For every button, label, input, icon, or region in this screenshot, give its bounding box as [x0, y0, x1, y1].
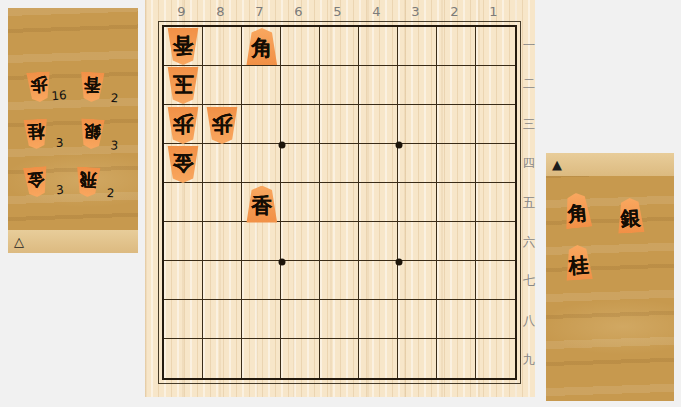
board-cell-6-9[interactable]: [281, 339, 320, 378]
star-point: [395, 258, 402, 265]
board-cell-3-8[interactable]: [398, 300, 437, 339]
file-label: 9: [162, 4, 201, 19]
board-cell-6-5[interactable]: [281, 183, 320, 222]
piece-gote-83[interactable]: 歩: [205, 107, 239, 144]
hand-piece-gote-2[interactable]: 桂3: [22, 118, 50, 149]
file-label: 3: [396, 4, 435, 19]
board-cell-6-6[interactable]: [281, 222, 320, 261]
board-cell-1-9[interactable]: [476, 339, 515, 378]
board-cell-9-7[interactable]: [164, 261, 203, 300]
star-point: [395, 141, 402, 148]
file-label: 1: [474, 4, 513, 19]
board-cell-6-2[interactable]: [281, 66, 320, 105]
piece-count: 16: [51, 88, 67, 103]
board-cell-9-6[interactable]: [164, 222, 203, 261]
piece-sente-71[interactable]: 角: [245, 28, 279, 65]
board-cell-2-9[interactable]: [437, 339, 476, 378]
board-cell-1-6[interactable]: [476, 222, 515, 261]
rank-labels: 一二三四五六七八九: [522, 25, 536, 380]
piece-kanji: 香: [251, 192, 272, 217]
board-cell-8-1[interactable]: [203, 27, 242, 66]
board-cell-7-6[interactable]: [242, 222, 281, 261]
sente-captured-stand: ▲ 角銀桂: [546, 153, 674, 401]
board-cell-4-7[interactable]: [359, 261, 398, 300]
rank-label: 六: [522, 222, 536, 261]
piece-count: 3: [110, 138, 119, 152]
gote-marker: △: [14, 234, 24, 247]
board-cell-2-8[interactable]: [437, 300, 476, 339]
board-cell-8-5[interactable]: [203, 183, 242, 222]
star-point: [278, 141, 285, 148]
hand-piece-sente-0[interactable]: 角: [561, 192, 593, 230]
board-cell-1-2[interactable]: [476, 66, 515, 105]
file-label: 6: [279, 4, 318, 19]
board-cell-7-8[interactable]: [242, 300, 281, 339]
board-cell-7-9[interactable]: [242, 339, 281, 378]
rank-label: 四: [522, 143, 536, 182]
board-cell-8-8[interactable]: [203, 300, 242, 339]
piece-kanji: 歩: [212, 113, 233, 138]
piece-kanji: 金: [173, 152, 194, 177]
rank-label: 二: [522, 64, 536, 103]
piece-kanji: 銀: [83, 123, 101, 145]
piece-kanji: 桂: [27, 123, 45, 145]
board-cell-5-7[interactable]: [320, 261, 359, 300]
piece-kanji: 銀: [620, 203, 641, 228]
board-cell-5-4[interactable]: [320, 144, 359, 183]
board-cell-4-6[interactable]: [359, 222, 398, 261]
piece-count: 2: [110, 91, 118, 105]
piece-kanji: 歩: [173, 113, 194, 138]
board-cell-7-2[interactable]: [242, 66, 281, 105]
board-cell-8-6[interactable]: [203, 222, 242, 261]
board-cell-2-1[interactable]: [437, 27, 476, 66]
piece-count: 3: [56, 183, 65, 198]
board-cell-5-9[interactable]: [320, 339, 359, 378]
board-cell-2-2[interactable]: [437, 66, 476, 105]
board-cell-6-1[interactable]: [281, 27, 320, 66]
board-cell-5-5[interactable]: [320, 183, 359, 222]
board-cell-4-5[interactable]: [359, 183, 398, 222]
board-grid: 香角玉歩歩金香: [162, 25, 517, 380]
board-cell-8-4[interactable]: [203, 144, 242, 183]
board-cell-3-4[interactable]: [398, 144, 437, 183]
shogi-board-panel: 987654321 一二三四五六七八九 香角玉歩歩金香: [145, 0, 535, 397]
board-cell-2-5[interactable]: [437, 183, 476, 222]
sente-turn-band: ▲: [546, 153, 674, 176]
board-cell-5-2[interactable]: [320, 66, 359, 105]
hand-piece-gote-5[interactable]: 飛2: [74, 166, 102, 197]
piece-kanji: 金: [27, 171, 46, 193]
gote-captured-stand: △ 歩16香2桂3銀3金3飛2: [8, 8, 138, 253]
hand-piece-gote-3[interactable]: 銀3: [78, 118, 106, 150]
board-cell-7-4[interactable]: [242, 144, 281, 183]
rank-label: 三: [522, 104, 536, 143]
piece-sente-75[interactable]: 香: [245, 186, 279, 223]
board-cell-1-7[interactable]: [476, 261, 515, 300]
piece-gote-94[interactable]: 金: [166, 146, 200, 183]
rank-label: 七: [522, 261, 536, 300]
board-cell-2-7[interactable]: [437, 261, 476, 300]
board-cell-3-1[interactable]: [398, 27, 437, 66]
shogi-diagram: △ 歩16香2桂3銀3金3飛2 987654321 一二三四五六七八九 香角玉歩…: [0, 0, 681, 407]
hand-piece-gote-4[interactable]: 金3: [22, 166, 51, 198]
board-cell-6-7[interactable]: [281, 261, 320, 300]
board-cell-6-3[interactable]: [281, 105, 320, 144]
piece-kanji: 玉: [173, 73, 194, 98]
hand-piece-gote-0[interactable]: 歩16: [25, 71, 53, 103]
rank-label: 九: [522, 340, 536, 379]
piece-count: 3: [55, 136, 63, 150]
file-label: 2: [435, 4, 474, 19]
hand-piece-gote-1[interactable]: 香2: [78, 71, 106, 102]
piece-gote-92[interactable]: 玉: [166, 67, 200, 104]
board-cell-7-7[interactable]: [242, 261, 281, 300]
file-label: 4: [357, 4, 396, 19]
board-cell-5-3[interactable]: [320, 105, 359, 144]
board-cell-8-7[interactable]: [203, 261, 242, 300]
board-cell-9-8[interactable]: [164, 300, 203, 339]
piece-kanji: 香: [173, 34, 194, 59]
star-point: [278, 258, 285, 265]
board-cell-3-9[interactable]: [398, 339, 437, 378]
hand-piece-sente-2[interactable]: 桂: [563, 244, 594, 281]
piece-kanji: 桂: [568, 250, 590, 275]
board-cell-2-3[interactable]: [437, 105, 476, 144]
hand-piece-sente-1[interactable]: 銀: [615, 197, 646, 233]
board-cell-6-4[interactable]: [281, 144, 320, 183]
board-cell-8-2[interactable]: [203, 66, 242, 105]
piece-kanji: 角: [566, 198, 588, 224]
piece-kanji: 角: [251, 34, 272, 59]
board-cell-7-3[interactable]: [242, 105, 281, 144]
board-cell-3-6[interactable]: [398, 222, 437, 261]
board-cell-3-7[interactable]: [398, 261, 437, 300]
rank-label: 八: [522, 301, 536, 340]
board-cell-5-8[interactable]: [320, 300, 359, 339]
piece-gote-91[interactable]: 香: [166, 28, 200, 65]
board-cell-2-6[interactable]: [437, 222, 476, 261]
board-cell-3-5[interactable]: [398, 183, 437, 222]
file-label: 8: [201, 4, 240, 19]
board-cell-2-4[interactable]: [437, 144, 476, 183]
board-cell-6-8[interactable]: [281, 300, 320, 339]
board-cell-1-5[interactable]: [476, 183, 515, 222]
board-cell-1-1[interactable]: [476, 27, 515, 66]
board-cell-3-3[interactable]: [398, 105, 437, 144]
rank-label: 五: [522, 183, 536, 222]
piece-count: 2: [106, 186, 114, 200]
board-cell-9-9[interactable]: [164, 339, 203, 378]
board-cell-5-1[interactable]: [320, 27, 359, 66]
board-cell-3-2[interactable]: [398, 66, 437, 105]
piece-kanji: 香: [83, 76, 101, 98]
board-cell-9-5[interactable]: [164, 183, 203, 222]
board-cell-4-4[interactable]: [359, 144, 398, 183]
piece-kanji: 飛: [79, 171, 97, 193]
piece-gote-93[interactable]: 歩: [166, 107, 200, 144]
sente-marker: ▲: [552, 157, 562, 170]
piece-kanji: 歩: [30, 76, 48, 98]
board-cell-8-9[interactable]: [203, 339, 242, 378]
file-labels: 987654321: [162, 4, 517, 19]
board-cell-4-1[interactable]: [359, 27, 398, 66]
board-cell-5-6[interactable]: [320, 222, 359, 261]
board-cell-4-8[interactable]: [359, 300, 398, 339]
board-cell-4-3[interactable]: [359, 105, 398, 144]
board-cell-1-8[interactable]: [476, 300, 515, 339]
board-cell-1-4[interactable]: [476, 144, 515, 183]
board-cell-1-3[interactable]: [476, 105, 515, 144]
gote-turn-band: △: [8, 230, 138, 253]
board-cell-4-2[interactable]: [359, 66, 398, 105]
rank-label: 一: [522, 25, 536, 64]
file-label: 5: [318, 4, 357, 19]
file-label: 7: [240, 4, 279, 19]
board-cell-4-9[interactable]: [359, 339, 398, 378]
